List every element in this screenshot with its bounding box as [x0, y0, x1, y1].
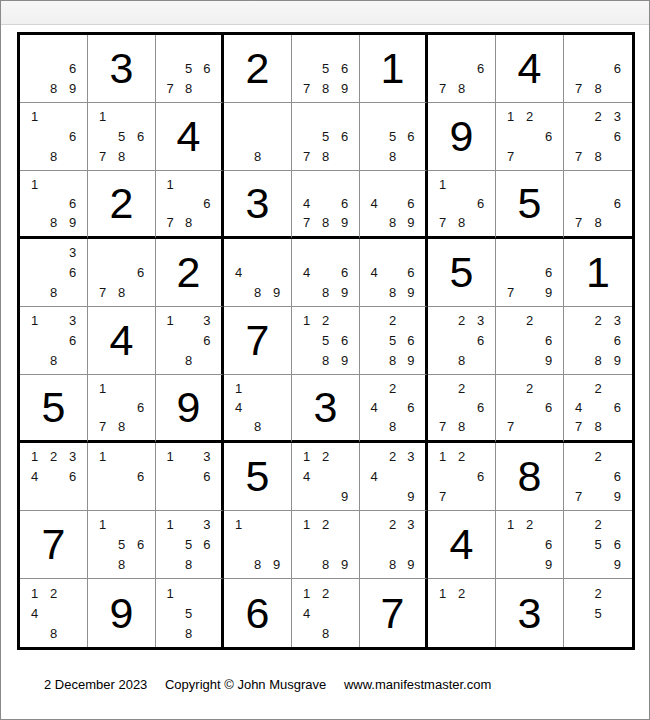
mark-empty	[63, 282, 82, 302]
mark-empty	[112, 263, 131, 283]
pencil-marks: 148	[224, 375, 291, 440]
cell-r6c3[interactable]: 9	[156, 375, 224, 443]
pencil-marks: 4689	[360, 239, 425, 306]
mark-empty	[297, 127, 316, 147]
mark-empty	[93, 535, 112, 555]
mark-empty	[179, 583, 197, 603]
cell-r6c7[interactable]: 2678	[428, 375, 496, 443]
mark-digit-7: 7	[433, 486, 452, 506]
mark-empty	[161, 59, 179, 79]
pencil-marks: 12	[428, 579, 495, 647]
mark-empty	[433, 194, 452, 213]
mark-digit-9: 9	[335, 350, 354, 370]
mark-empty	[229, 417, 248, 436]
cell-r3c7[interactable]: 1678	[428, 171, 496, 239]
mark-empty	[383, 535, 401, 555]
mark-empty	[316, 535, 335, 555]
mark-empty	[501, 554, 520, 574]
cell-r9c7[interactable]: 12	[428, 579, 496, 647]
mark-empty	[267, 535, 286, 555]
given-digit: 2	[177, 251, 201, 294]
cell-r3c3[interactable]: 1678	[156, 171, 224, 239]
mark-empty	[608, 175, 627, 194]
mark-digit-8: 8	[316, 213, 335, 232]
mark-empty	[569, 350, 588, 370]
pencil-marks: 189	[224, 511, 291, 578]
cell-r9c1[interactable]: 1248	[20, 579, 88, 647]
mark-digit-6: 6	[539, 331, 558, 351]
pencil-marks: 5678	[292, 103, 359, 170]
mark-empty	[131, 554, 150, 574]
cell-r7c1[interactable]: 12346	[20, 443, 88, 511]
given-digit: 2	[110, 182, 134, 225]
footer-copyright: Copyright © John Musgrave	[165, 677, 326, 692]
mark-empty	[569, 107, 588, 127]
mark-digit-7: 7	[433, 417, 452, 436]
mark-empty	[433, 331, 452, 351]
mark-empty	[471, 447, 490, 467]
mark-empty	[63, 175, 82, 194]
mark-empty	[569, 175, 588, 194]
mark-empty	[248, 379, 267, 398]
cell-r2c8[interactable]: 1267	[496, 103, 564, 171]
mark-empty	[198, 486, 216, 506]
mark-empty	[501, 263, 520, 283]
mark-empty	[93, 263, 112, 283]
mark-empty	[501, 379, 520, 398]
mark-empty	[608, 213, 627, 232]
mark-digit-1: 1	[501, 515, 520, 535]
cell-r9c4[interactable]: 6	[224, 579, 292, 647]
mark-digit-1: 1	[161, 311, 179, 331]
cell-r5c9[interactable]: 23689	[564, 307, 632, 375]
mark-empty	[229, 146, 248, 166]
mark-empty	[316, 467, 335, 487]
mark-digit-6: 6	[402, 127, 420, 147]
cell-r1c2[interactable]: 3	[88, 35, 156, 103]
mark-empty	[179, 515, 197, 535]
mark-empty	[131, 379, 150, 398]
cell-r1c1[interactable]: 689	[20, 35, 88, 103]
mark-empty	[112, 515, 131, 535]
mark-empty	[365, 554, 383, 574]
mark-empty	[44, 194, 63, 213]
mark-empty	[520, 554, 539, 574]
cell-r9c2[interactable]: 9	[88, 579, 156, 647]
cell-r7c5[interactable]: 1249	[292, 443, 360, 511]
mark-empty	[433, 379, 452, 398]
cell-r3c6[interactable]: 4689	[360, 171, 428, 239]
cell-r7c8[interactable]: 8	[496, 443, 564, 511]
cell-r6c9[interactable]: 24678	[564, 375, 632, 443]
mark-digit-3: 3	[402, 447, 420, 467]
mark-empty	[335, 467, 354, 487]
mark-digit-5: 5	[383, 127, 401, 147]
mark-digit-8: 8	[179, 78, 197, 98]
cell-r9c9[interactable]: 25	[564, 579, 632, 647]
mark-empty	[248, 398, 267, 417]
cell-r8c5[interactable]: 1289	[292, 511, 360, 579]
mark-digit-2: 2	[452, 447, 471, 467]
mark-empty	[63, 583, 82, 603]
cell-r9c6[interactable]: 7	[360, 579, 428, 647]
footer: 2 December 2023 Copyright © John Musgrav…	[44, 677, 649, 692]
mark-empty	[501, 243, 520, 263]
cell-r8c7[interactable]: 4	[428, 511, 496, 579]
mark-empty	[44, 331, 63, 351]
mark-empty	[608, 379, 627, 398]
mark-digit-6: 6	[471, 59, 490, 79]
pencil-marks: 12346	[20, 443, 87, 510]
mark-digit-8: 8	[383, 282, 401, 302]
mark-digit-1: 1	[229, 515, 248, 535]
cell-r4c5[interactable]: 4689	[292, 239, 360, 307]
cell-r5c5[interactable]: 125689	[292, 307, 360, 375]
mark-empty	[608, 603, 627, 623]
mark-digit-2: 2	[316, 583, 335, 603]
mark-digit-4: 4	[569, 398, 588, 417]
mark-digit-8: 8	[588, 78, 607, 98]
mark-digit-6: 6	[335, 59, 354, 79]
cell-r8c4[interactable]: 189	[224, 511, 292, 579]
mark-empty	[248, 535, 267, 555]
mark-empty	[501, 331, 520, 351]
given-digit: 9	[177, 386, 201, 429]
cell-r2c4[interactable]: 8	[224, 103, 292, 171]
cell-r1c8[interactable]: 4	[496, 35, 564, 103]
mark-digit-6: 6	[198, 467, 216, 487]
pencil-marks: 689	[20, 35, 87, 102]
mark-digit-2: 2	[588, 311, 607, 331]
given-digit: 2	[246, 47, 270, 90]
cell-r3c2[interactable]: 2	[88, 171, 156, 239]
cell-r6c4[interactable]: 148	[224, 375, 292, 443]
mark-empty	[588, 331, 607, 351]
cell-r3c5[interactable]: 46789	[292, 171, 360, 239]
mark-digit-8: 8	[179, 623, 197, 643]
cell-r5c6[interactable]: 25689	[360, 307, 428, 375]
mark-empty	[471, 583, 490, 603]
mark-digit-4: 4	[297, 263, 316, 283]
pencil-marks: 4689	[360, 171, 425, 236]
cell-r1c6[interactable]: 1	[360, 35, 428, 103]
mark-digit-9: 9	[267, 554, 286, 574]
mark-empty	[198, 583, 216, 603]
cell-r1c4[interactable]: 2	[224, 35, 292, 103]
mark-empty	[63, 350, 82, 370]
cell-r4c3[interactable]: 2	[156, 239, 224, 307]
mark-empty	[63, 107, 82, 127]
cell-r4c7[interactable]: 5	[428, 239, 496, 307]
cell-r5c1[interactable]: 1368	[20, 307, 88, 375]
pencil-marks: 2569	[564, 511, 632, 578]
mark-empty	[501, 398, 520, 417]
cell-r2c5[interactable]: 5678	[292, 103, 360, 171]
mark-digit-6: 6	[471, 467, 490, 487]
mark-empty	[365, 107, 383, 127]
mark-empty	[433, 467, 452, 487]
cell-r1c5[interactable]: 56789	[292, 35, 360, 103]
mark-empty	[402, 243, 420, 263]
mark-digit-8: 8	[248, 146, 267, 166]
mark-empty	[63, 623, 82, 643]
mark-empty	[63, 39, 82, 59]
given-digit: 7	[246, 319, 270, 362]
cell-r6c6[interactable]: 2468	[360, 375, 428, 443]
cell-r8c8[interactable]: 1269	[496, 511, 564, 579]
mark-empty	[229, 243, 248, 263]
mark-digit-9: 9	[402, 213, 420, 232]
mark-empty	[316, 243, 335, 263]
cell-r2c2[interactable]: 15678	[88, 103, 156, 171]
cell-r7c7[interactable]: 1267	[428, 443, 496, 511]
mark-empty	[161, 486, 179, 506]
cell-r8c3[interactable]: 13568	[156, 511, 224, 579]
mark-digit-6: 6	[402, 263, 420, 283]
mark-empty	[179, 194, 197, 213]
mark-empty	[471, 78, 490, 98]
mark-empty	[198, 213, 216, 232]
window-titlebar	[1, 1, 649, 25]
cell-r7c4[interactable]: 5	[224, 443, 292, 511]
mark-digit-5: 5	[316, 59, 335, 79]
cell-r9c5[interactable]: 1248	[292, 579, 360, 647]
mark-digit-3: 3	[198, 311, 216, 331]
cell-r9c3[interactable]: 158	[156, 579, 224, 647]
mark-empty	[539, 379, 558, 398]
mark-empty	[25, 282, 44, 302]
mark-empty	[365, 331, 383, 351]
mark-digit-3: 3	[63, 447, 82, 467]
cell-r4c6[interactable]: 4689	[360, 239, 428, 307]
mark-empty	[335, 107, 354, 127]
given-digit: 1	[586, 251, 610, 294]
mark-digit-7: 7	[433, 78, 452, 98]
mark-empty	[25, 39, 44, 59]
cell-r7c2[interactable]: 16	[88, 443, 156, 511]
cell-r1c9[interactable]: 678	[564, 35, 632, 103]
mark-empty	[520, 243, 539, 263]
mark-digit-8: 8	[248, 282, 267, 302]
mark-empty	[383, 107, 401, 127]
mark-empty	[588, 623, 607, 643]
mark-digit-1: 1	[25, 311, 44, 331]
mark-empty	[112, 243, 131, 263]
pencil-marks: 2368	[428, 307, 495, 374]
cell-r6c5[interactable]: 3	[292, 375, 360, 443]
mark-digit-8: 8	[588, 350, 607, 370]
cell-r3c8[interactable]: 5	[496, 171, 564, 239]
mark-empty	[267, 263, 286, 283]
given-digit: 3	[110, 47, 134, 90]
cell-r2c7[interactable]: 9	[428, 103, 496, 171]
mark-digit-1: 1	[433, 583, 452, 603]
mark-digit-3: 3	[471, 311, 490, 331]
mark-empty	[608, 515, 627, 535]
mark-digit-6: 6	[471, 398, 490, 417]
mark-empty	[25, 486, 44, 506]
mark-digit-9: 9	[63, 78, 82, 98]
mark-digit-8: 8	[588, 146, 607, 166]
given-digit: 4	[518, 47, 542, 90]
mark-digit-6: 6	[198, 535, 216, 555]
mark-empty	[569, 603, 588, 623]
mark-empty	[63, 603, 82, 623]
mark-empty	[383, 486, 401, 506]
mark-digit-4: 4	[365, 263, 383, 283]
mark-digit-8: 8	[316, 623, 335, 643]
cell-r7c9[interactable]: 2679	[564, 443, 632, 511]
mark-empty	[471, 486, 490, 506]
mark-empty	[44, 603, 63, 623]
mark-empty	[44, 311, 63, 331]
mark-empty	[383, 467, 401, 487]
mark-empty	[383, 175, 401, 194]
mark-empty	[520, 350, 539, 370]
mark-empty	[335, 146, 354, 166]
cell-r8c2[interactable]: 1568	[88, 511, 156, 579]
mark-empty	[161, 603, 179, 623]
mark-empty	[335, 39, 354, 59]
mark-empty	[433, 603, 452, 623]
mark-empty	[297, 486, 316, 506]
pencil-marks: 24678	[564, 375, 632, 440]
mark-digit-5: 5	[383, 331, 401, 351]
mark-empty	[588, 175, 607, 194]
pencil-marks: 5678	[156, 35, 221, 102]
mark-digit-1: 1	[501, 107, 520, 127]
given-digit: 4	[110, 319, 134, 362]
cell-r4c1[interactable]: 368	[20, 239, 88, 307]
mark-digit-2: 2	[520, 515, 539, 535]
cell-r3c4[interactable]: 3	[224, 171, 292, 239]
mark-digit-4: 4	[25, 603, 44, 623]
mark-empty	[569, 194, 588, 213]
cell-r2c9[interactable]: 23678	[564, 103, 632, 171]
cell-r8c9[interactable]: 2569	[564, 511, 632, 579]
mark-empty	[569, 311, 588, 331]
cell-r4c9[interactable]: 1	[564, 239, 632, 307]
cell-r4c2[interactable]: 678	[88, 239, 156, 307]
mark-digit-2: 2	[383, 379, 401, 398]
mark-digit-6: 6	[608, 127, 627, 147]
mark-digit-2: 2	[383, 311, 401, 331]
mark-empty	[93, 398, 112, 417]
mark-empty	[25, 146, 44, 166]
cell-r5c7[interactable]: 2368	[428, 307, 496, 375]
mark-empty	[365, 127, 383, 147]
mark-empty	[248, 107, 267, 127]
cell-r6c8[interactable]: 267	[496, 375, 564, 443]
mark-empty	[267, 107, 286, 127]
mark-digit-9: 9	[335, 554, 354, 574]
mark-digit-6: 6	[63, 263, 82, 283]
mark-empty	[131, 417, 150, 436]
mark-digit-8: 8	[44, 623, 63, 643]
cell-r1c3[interactable]: 5678	[156, 35, 224, 103]
cell-r4c4[interactable]: 489	[224, 239, 292, 307]
given-digit: 8	[518, 455, 542, 498]
mark-digit-2: 2	[452, 583, 471, 603]
cell-r5c2[interactable]: 4	[88, 307, 156, 375]
mark-digit-6: 6	[198, 194, 216, 213]
cell-r4c8[interactable]: 679	[496, 239, 564, 307]
mark-empty	[383, 243, 401, 263]
given-digit: 3	[518, 592, 542, 635]
mark-empty	[588, 39, 607, 59]
cell-r3c9[interactable]: 678	[564, 171, 632, 239]
mark-empty	[471, 350, 490, 370]
mark-digit-6: 6	[608, 535, 627, 555]
mark-empty	[44, 263, 63, 283]
given-digit: 5	[42, 386, 66, 429]
cell-r6c2[interactable]: 1678	[88, 375, 156, 443]
mark-empty	[452, 623, 471, 643]
mark-empty	[588, 398, 607, 417]
mark-digit-6: 6	[63, 59, 82, 79]
cell-r9c8[interactable]: 3	[496, 579, 564, 647]
mark-digit-8: 8	[44, 282, 63, 302]
pencil-marks: 1269	[496, 511, 563, 578]
cell-r5c3[interactable]: 1368	[156, 307, 224, 375]
cell-r1c7[interactable]: 678	[428, 35, 496, 103]
mark-digit-8: 8	[179, 350, 197, 370]
mark-digit-2: 2	[588, 379, 607, 398]
cell-r8c1[interactable]: 7	[20, 511, 88, 579]
mark-empty	[179, 447, 197, 467]
mark-digit-3: 3	[63, 311, 82, 331]
mark-empty	[608, 447, 627, 467]
mark-digit-4: 4	[25, 467, 44, 487]
mark-empty	[131, 515, 150, 535]
mark-empty	[608, 623, 627, 643]
cell-r7c6[interactable]: 2349	[360, 443, 428, 511]
mark-empty	[588, 127, 607, 147]
mark-digit-8: 8	[452, 78, 471, 98]
mark-digit-7: 7	[297, 213, 316, 232]
cell-r7c3[interactable]: 136	[156, 443, 224, 511]
mark-empty	[335, 447, 354, 467]
cell-r2c1[interactable]: 168	[20, 103, 88, 171]
mark-empty	[93, 243, 112, 263]
cell-r5c4[interactable]: 7	[224, 307, 292, 375]
mark-digit-7: 7	[569, 213, 588, 232]
mark-empty	[131, 486, 150, 506]
mark-empty	[44, 39, 63, 59]
cell-r2c6[interactable]: 568	[360, 103, 428, 171]
pencil-marks: 678	[88, 239, 155, 306]
mark-digit-7: 7	[501, 417, 520, 436]
cell-r8c6[interactable]: 2389	[360, 511, 428, 579]
cell-r3c1[interactable]: 1689	[20, 171, 88, 239]
mark-digit-8: 8	[452, 350, 471, 370]
mark-empty	[93, 554, 112, 574]
mark-empty	[297, 331, 316, 351]
cell-r6c1[interactable]: 5	[20, 375, 88, 443]
cell-r5c8[interactable]: 269	[496, 307, 564, 375]
mark-empty	[297, 554, 316, 574]
cell-r2c3[interactable]: 4	[156, 103, 224, 171]
mark-digit-6: 6	[539, 127, 558, 147]
mark-empty	[131, 447, 150, 467]
mark-digit-9: 9	[267, 282, 286, 302]
pencil-marks: 16	[88, 443, 155, 510]
mark-digit-9: 9	[539, 282, 558, 302]
mark-empty	[179, 467, 197, 487]
mark-digit-9: 9	[335, 78, 354, 98]
mark-digit-1: 1	[297, 583, 316, 603]
mark-empty	[501, 350, 520, 370]
